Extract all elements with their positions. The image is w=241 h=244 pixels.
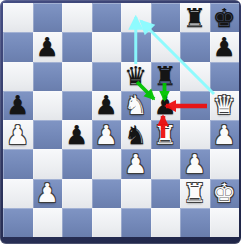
square-g3[interactable]: ♟ — [180, 149, 210, 178]
piece-black-rook[interactable]: ♜ — [183, 5, 206, 31]
square-h4[interactable]: ♟ — [210, 120, 240, 149]
piece-white-pawn[interactable]: ♟ — [6, 122, 29, 148]
square-c1[interactable] — [62, 208, 92, 237]
square-c5[interactable] — [62, 91, 92, 120]
square-e3[interactable]: ♟ — [121, 149, 151, 178]
square-h5[interactable]: ♛ — [210, 91, 240, 120]
square-c4[interactable]: ♟ — [62, 120, 92, 149]
piece-white-rook[interactable]: ♜ — [183, 180, 206, 206]
piece-white-king[interactable]: ♚ — [213, 180, 236, 206]
square-c3[interactable] — [62, 149, 92, 178]
square-a3[interactable] — [3, 149, 33, 178]
square-d3[interactable] — [92, 149, 122, 178]
piece-white-rook[interactable]: ♜ — [154, 122, 177, 148]
piece-black-pawn[interactable]: ♟ — [65, 122, 88, 148]
square-f4[interactable]: ♜ — [151, 120, 181, 149]
square-b3[interactable] — [33, 149, 63, 178]
square-d2[interactable] — [92, 179, 122, 208]
piece-black-pawn[interactable]: ♟ — [6, 92, 29, 118]
square-a8[interactable] — [3, 3, 33, 32]
square-h6[interactable] — [210, 62, 240, 91]
square-h8[interactable]: ♚ — [210, 3, 240, 32]
piece-white-pawn[interactable]: ♟ — [36, 180, 59, 206]
square-f8[interactable] — [151, 3, 181, 32]
square-g7[interactable] — [180, 32, 210, 61]
square-a2[interactable] — [3, 179, 33, 208]
piece-black-pawn[interactable]: ♟ — [36, 34, 59, 60]
square-d1[interactable] — [92, 208, 122, 237]
square-a1[interactable] — [3, 208, 33, 237]
square-b7[interactable]: ♟ — [33, 32, 63, 61]
square-b6[interactable] — [33, 62, 63, 91]
square-d5[interactable]: ♟ — [92, 91, 122, 120]
piece-black-pawn[interactable]: ♟ — [213, 34, 236, 60]
piece-white-pawn[interactable]: ♟ — [95, 122, 118, 148]
piece-black-pawn[interactable]: ♟ — [95, 92, 118, 118]
square-e1[interactable] — [121, 208, 151, 237]
square-b8[interactable] — [33, 3, 63, 32]
square-h7[interactable]: ♟ — [210, 32, 240, 61]
piece-white-queen[interactable]: ♛ — [213, 92, 236, 118]
square-g4[interactable] — [180, 120, 210, 149]
piece-black-pawn[interactable]: ♟ — [154, 92, 177, 118]
square-d4[interactable]: ♟ — [92, 120, 122, 149]
piece-black-knight[interactable]: ♞ — [124, 122, 147, 148]
square-c6[interactable] — [62, 62, 92, 91]
square-b1[interactable] — [33, 208, 63, 237]
square-f5[interactable]: ♟ — [151, 91, 181, 120]
square-f6[interactable]: ♜ — [151, 62, 181, 91]
square-d6[interactable] — [92, 62, 122, 91]
square-g8[interactable]: ♜ — [180, 3, 210, 32]
square-g2[interactable]: ♜ — [180, 179, 210, 208]
square-g6[interactable] — [180, 62, 210, 91]
square-a6[interactable] — [3, 62, 33, 91]
square-h3[interactable] — [210, 149, 240, 178]
piece-white-pawn[interactable]: ♟ — [183, 151, 206, 177]
square-e8[interactable] — [121, 3, 151, 32]
square-a5[interactable]: ♟ — [3, 91, 33, 120]
square-e6[interactable]: ♛ — [121, 62, 151, 91]
square-g5[interactable] — [180, 91, 210, 120]
square-c8[interactable] — [62, 3, 92, 32]
square-g1[interactable] — [180, 208, 210, 237]
piece-white-pawn[interactable]: ♟ — [213, 122, 236, 148]
square-f1[interactable] — [151, 208, 181, 237]
square-f7[interactable] — [151, 32, 181, 61]
square-b2[interactable]: ♟ — [33, 179, 63, 208]
square-e2[interactable] — [121, 179, 151, 208]
square-h2[interactable]: ♚ — [210, 179, 240, 208]
square-d8[interactable] — [92, 3, 122, 32]
square-c7[interactable] — [62, 32, 92, 61]
square-c2[interactable] — [62, 179, 92, 208]
square-b5[interactable] — [33, 91, 63, 120]
piece-white-knight[interactable]: ♞ — [124, 92, 147, 118]
square-e4[interactable]: ♞ — [121, 120, 151, 149]
chess-board-widget: ♜♚♟♟♛♜♟♟♞♟♛♟♟♟♞♜♟♟♟♟♜♚ — [0, 0, 241, 244]
chess-board[interactable]: ♜♚♟♟♛♜♟♟♞♟♛♟♟♟♞♜♟♟♟♟♜♚ — [3, 3, 239, 237]
square-e5[interactable]: ♞ — [121, 91, 151, 120]
square-a4[interactable]: ♟ — [3, 120, 33, 149]
square-h1[interactable] — [210, 208, 240, 237]
piece-black-queen[interactable]: ♛ — [124, 63, 147, 89]
square-e7[interactable] — [121, 32, 151, 61]
square-a7[interactable] — [3, 32, 33, 61]
square-f3[interactable] — [151, 149, 181, 178]
piece-black-rook[interactable]: ♜ — [154, 63, 177, 89]
piece-black-king[interactable]: ♚ — [213, 5, 236, 31]
square-b4[interactable] — [33, 120, 63, 149]
square-f2[interactable] — [151, 179, 181, 208]
piece-white-pawn[interactable]: ♟ — [124, 151, 147, 177]
square-d7[interactable] — [92, 32, 122, 61]
